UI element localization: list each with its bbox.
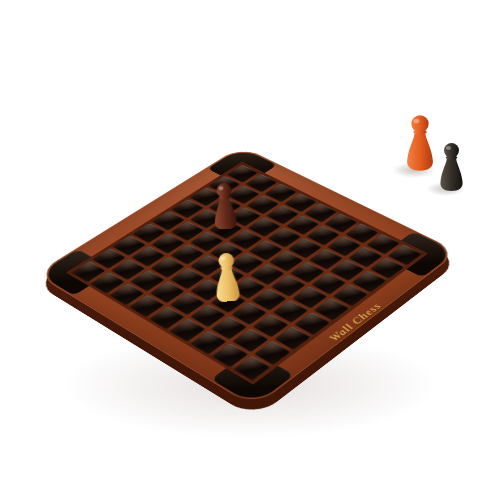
board-cell <box>285 193 317 212</box>
board-cell <box>246 174 278 192</box>
board-cell <box>286 215 319 234</box>
board-cell <box>228 207 261 226</box>
pawn-figure <box>402 114 438 172</box>
wall-vertical <box>264 193 298 237</box>
wall-vertical <box>284 203 318 247</box>
board-cell <box>249 240 283 260</box>
board-cell <box>113 235 146 255</box>
board-cell <box>209 176 241 194</box>
wall-vertical <box>304 213 338 258</box>
board-cell <box>152 233 185 253</box>
board-cell <box>132 246 166 266</box>
pawn-shadow <box>207 222 243 243</box>
board-cell <box>325 213 358 232</box>
pawn-figure <box>209 182 241 232</box>
board-cell <box>228 185 260 203</box>
board-cell <box>190 187 222 205</box>
board-cell <box>171 244 205 264</box>
scene-3d: Wall Chess <box>0 0 500 500</box>
board-cell <box>304 203 337 222</box>
board-cell <box>268 227 301 247</box>
board-cell <box>266 205 299 224</box>
board-cell <box>346 223 379 243</box>
board-cell <box>307 225 340 245</box>
board-cell <box>367 234 401 254</box>
product-photo-stage: Wall Chess <box>0 0 500 500</box>
reserve-pawn-black <box>436 142 467 196</box>
board-cell <box>209 197 241 216</box>
board-cell <box>190 231 223 251</box>
board-cell <box>171 199 203 218</box>
board-cell <box>210 219 243 239</box>
pawn-figure <box>210 251 244 304</box>
board-cell <box>248 217 281 237</box>
board-cell <box>288 238 322 258</box>
board-cell <box>247 195 279 214</box>
board-cell <box>227 165 258 183</box>
board-tilt-wrapper: Wall Chess <box>89 105 404 420</box>
board-cell <box>93 248 127 268</box>
pawn-figure <box>436 142 467 192</box>
board-cell <box>265 184 297 202</box>
game-board: Wall Chess <box>35 146 459 408</box>
board-cell <box>229 229 262 249</box>
board-cell <box>152 211 185 230</box>
board-cell <box>133 223 166 243</box>
corner-cap-top <box>207 147 277 187</box>
board-cell <box>328 236 362 256</box>
board-cell <box>171 221 204 241</box>
reserve-pawn-orange <box>402 114 438 176</box>
board-cell <box>190 209 223 228</box>
